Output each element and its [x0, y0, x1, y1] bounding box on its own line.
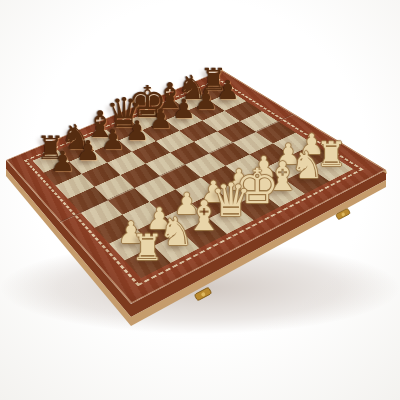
product-photo-stage: ♜♞♝♛♚♝♞♜♟♟♟♟♟♟♟♟♟♟♟♟♟♟♟♟♜♞♝♛♚♝♞♜: [0, 0, 400, 400]
